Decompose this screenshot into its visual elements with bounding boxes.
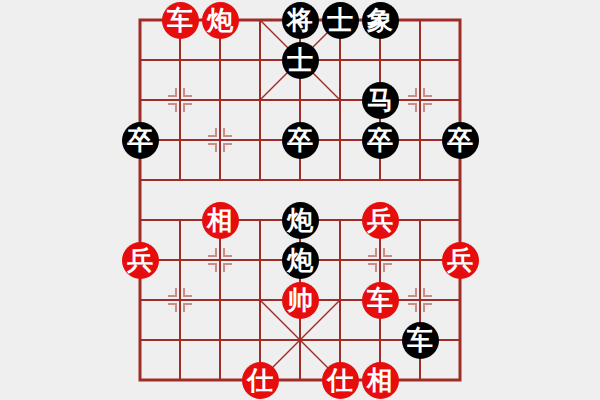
piece-black-cannon[interactable]: 炮 <box>282 242 319 279</box>
piece-black-pawn[interactable]: 卒 <box>122 122 159 159</box>
piece-black-horse[interactable]: 马 <box>362 82 399 119</box>
piece-red-elephant[interactable]: 相 <box>202 202 239 239</box>
piece-black-chariot[interactable]: 车 <box>402 322 439 359</box>
piece-red-general[interactable]: 帅 <box>282 282 319 319</box>
piece-red-chariot[interactable]: 车 <box>362 282 399 319</box>
piece-black-cannon[interactable]: 炮 <box>282 202 319 239</box>
piece-black-pawn[interactable]: 卒 <box>442 122 479 159</box>
piece-black-advisor[interactable]: 士 <box>322 2 359 39</box>
piece-red-chariot[interactable]: 车 <box>162 2 199 39</box>
piece-red-pawn[interactable]: 兵 <box>442 242 479 279</box>
piece-black-elephant[interactable]: 象 <box>362 2 399 39</box>
piece-black-pawn[interactable]: 卒 <box>282 122 319 159</box>
piece-red-cannon[interactable]: 炮 <box>202 2 239 39</box>
piece-red-pawn[interactable]: 兵 <box>362 202 399 239</box>
piece-red-advisor[interactable]: 仕 <box>242 362 279 399</box>
piece-black-pawn[interactable]: 卒 <box>362 122 399 159</box>
piece-red-pawn[interactable]: 兵 <box>122 242 159 279</box>
piece-red-advisor[interactable]: 仕 <box>322 362 359 399</box>
xiangqi-app: 车炮将士象士马卒卒卒卒相炮兵兵炮兵帅车车仕仕相 <box>0 0 600 400</box>
piece-black-general[interactable]: 将 <box>282 2 319 39</box>
piece-red-elephant[interactable]: 相 <box>362 362 399 399</box>
piece-black-advisor[interactable]: 士 <box>282 42 319 79</box>
xiangqi-board[interactable]: 车炮将士象士马卒卒卒卒相炮兵兵炮兵帅车车仕仕相 <box>120 0 480 400</box>
